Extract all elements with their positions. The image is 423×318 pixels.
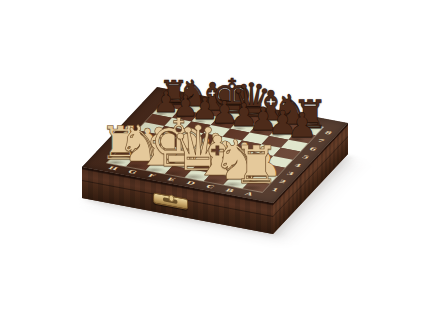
product-photo: HGFEDCBA12345678 ♜♞♝♟♚♟♛♟♝♟♞♟♜♟♟♟♟♟♟♜♟♞♟…	[0, 0, 423, 318]
piece-black-pawn-a7[interactable]: ♟	[287, 108, 317, 142]
pieces-layer: ♜♞♝♟♚♟♛♟♝♟♞♟♜♟♟♟♟♟♟♜♟♞♟♝♟♚♟♛♟♝♞♜	[0, 0, 423, 318]
piece-white-rook-a1[interactable]: ♜	[233, 139, 280, 191]
